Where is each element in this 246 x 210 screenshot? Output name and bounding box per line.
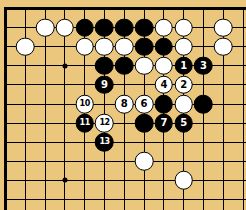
intersection-c10-r6[interactable]: [174, 94, 194, 113]
intersection-c9-r1[interactable]: [154, 0, 174, 18]
intersection-c10-r10[interactable]: [174, 171, 194, 190]
white-stone: [115, 37, 134, 56]
intersection-c6-r11[interactable]: [95, 190, 115, 209]
black-stone-move-3: 3: [194, 56, 213, 75]
intersection-c7-r2[interactable]: [114, 18, 134, 37]
intersection-c12-r10[interactable]: [213, 171, 233, 190]
intersection-c11-r6[interactable]: [194, 94, 214, 113]
intersection-c6-r9[interactable]: [95, 152, 115, 171]
intersection-c11-r11[interactable]: [194, 190, 214, 209]
black-stone-move-1: 1: [174, 56, 193, 75]
intersection-c8-r3[interactable]: [134, 37, 154, 56]
intersection-c6-r1[interactable]: [95, 0, 115, 18]
intersection-c11-r3[interactable]: [194, 37, 214, 56]
intersection-c7-r4[interactable]: [114, 56, 134, 75]
intersection-c12-r5[interactable]: [213, 75, 233, 94]
intersection-c2-r7[interactable]: [15, 114, 35, 133]
intersection-c4-r7[interactable]: [55, 114, 75, 133]
intersection-c13-r2[interactable]: [233, 18, 246, 37]
intersection-c2-r11[interactable]: [15, 190, 35, 209]
intersection-c3-r3[interactable]: [35, 37, 55, 56]
intersection-c5-r4[interactable]: [75, 56, 95, 75]
move-number-label: 13: [99, 138, 109, 146]
intersection-c9-r5[interactable]: 4: [154, 75, 174, 94]
intersection-c13-r11[interactable]: [233, 190, 246, 209]
intersection-c8-r6[interactable]: 6: [134, 94, 154, 113]
white-stone: [214, 18, 233, 37]
black-stone: [135, 37, 154, 56]
intersection-c3-r11[interactable]: [35, 190, 55, 209]
intersection-c7-r11[interactable]: [114, 190, 134, 209]
intersection-c4-r6[interactable]: [55, 94, 75, 113]
intersection-c1-r3[interactable]: [0, 37, 15, 56]
black-stone-move-13: 13: [95, 133, 114, 152]
black-stone: [135, 18, 154, 37]
intersection-c5-r10[interactable]: [75, 171, 95, 190]
move-number-label: 10: [80, 100, 90, 108]
intersection-c11-r2[interactable]: [194, 18, 214, 37]
intersection-c9-r6[interactable]: [154, 94, 174, 113]
black-stone: [115, 18, 134, 37]
intersection-c12-r8[interactable]: [213, 133, 233, 152]
intersection-c12-r3[interactable]: [213, 37, 233, 56]
intersection-c4-r2[interactable]: [55, 18, 75, 37]
intersection-c11-r7[interactable]: [194, 114, 214, 133]
intersection-c1-r2[interactable]: [0, 18, 15, 37]
intersection-c6-r7[interactable]: 12: [95, 114, 115, 133]
intersection-c10-r4[interactable]: 1: [174, 56, 194, 75]
intersection-c11-r5[interactable]: [194, 75, 214, 94]
intersection-c3-r1[interactable]: [35, 0, 55, 18]
intersection-c11-r8[interactable]: [194, 133, 214, 152]
white-stone: [214, 37, 233, 56]
intersection-c1-r10[interactable]: [0, 171, 15, 190]
intersection-c9-r7[interactable]: 7: [154, 114, 174, 133]
intersection-c10-r3[interactable]: [174, 37, 194, 56]
intersection-c6-r5[interactable]: 9: [95, 75, 115, 94]
intersection-c7-r8[interactable]: [114, 133, 134, 152]
intersection-c8-r11[interactable]: [134, 190, 154, 209]
intersection-c2-r5[interactable]: [15, 75, 35, 94]
intersection-c1-r5[interactable]: [0, 75, 15, 94]
intersection-c1-r11[interactable]: [0, 190, 15, 209]
white-stone-move-12: 12: [95, 114, 114, 133]
intersection-c10-r2[interactable]: [174, 18, 194, 37]
black-stone: [95, 56, 114, 75]
intersection-c10-r1[interactable]: [174, 0, 194, 18]
intersection-c2-r9[interactable]: [15, 152, 35, 171]
intersection-c3-r7[interactable]: [35, 114, 55, 133]
white-stone-move-2: 2: [174, 76, 193, 95]
intersection-c7-r7[interactable]: [114, 114, 134, 133]
intersection-c8-r10[interactable]: [134, 171, 154, 190]
black-stone: [115, 56, 134, 75]
intersection-c6-r2[interactable]: [95, 18, 115, 37]
white-stone: [16, 37, 35, 56]
intersection-c1-r9[interactable]: [0, 152, 15, 171]
intersection-c6-r10[interactable]: [95, 171, 115, 190]
intersection-c2-r10[interactable]: [15, 171, 35, 190]
move-number-label: 9: [101, 80, 108, 90]
intersection-c13-r4[interactable]: [233, 56, 246, 75]
intersection-c8-r8[interactable]: [134, 133, 154, 152]
intersection-c12-r9[interactable]: [213, 152, 233, 171]
intersection-c3-r5[interactable]: [35, 75, 55, 94]
intersection-c2-r6[interactable]: [15, 94, 35, 113]
white-stone: [56, 18, 75, 37]
intersection-c11-r10[interactable]: [194, 171, 214, 190]
intersection-c4-r8[interactable]: [55, 133, 75, 152]
intersection-c6-r6[interactable]: [95, 94, 115, 113]
intersection-c7-r9[interactable]: [114, 152, 134, 171]
move-number-label: 5: [180, 118, 187, 128]
intersection-c9-r8[interactable]: [154, 133, 174, 152]
move-number-label: 2: [180, 80, 187, 90]
black-stone: [75, 18, 94, 37]
intersection-c3-r10[interactable]: [35, 171, 55, 190]
intersection-c5-r9[interactable]: [75, 152, 95, 171]
white-stone: [155, 56, 174, 75]
intersection-c2-r2[interactable]: [15, 18, 35, 37]
move-number-label: 4: [160, 80, 167, 90]
intersection-c4-r3[interactable]: [55, 37, 75, 56]
intersection-c5-r5[interactable]: [75, 75, 95, 94]
intersection-c9-r11[interactable]: [154, 190, 174, 209]
intersection-c8-r9[interactable]: [134, 152, 154, 171]
intersection-c10-r8[interactable]: [174, 133, 194, 152]
intersection-c4-r10[interactable]: [55, 171, 75, 190]
intersection-c1-r1[interactable]: [0, 0, 15, 18]
intersection-c12-r4[interactable]: [213, 56, 233, 75]
intersection-c12-r7[interactable]: [213, 114, 233, 133]
intersection-c12-r6[interactable]: [213, 94, 233, 113]
intersection-c1-r8[interactable]: [0, 133, 15, 152]
intersection-c4-r11[interactable]: [55, 190, 75, 209]
intersection-c7-r10[interactable]: [114, 171, 134, 190]
intersection-c3-r4[interactable]: [35, 56, 55, 75]
black-stone: [135, 114, 154, 133]
intersection-c4-r4[interactable]: [55, 56, 75, 75]
intersection-c6-r8[interactable]: 13: [95, 133, 115, 152]
move-number-label: 12: [99, 119, 109, 127]
intersection-c8-r5[interactable]: [134, 75, 154, 94]
intersection-c12-r1[interactable]: [213, 0, 233, 18]
intersection-c2-r3[interactable]: [15, 37, 35, 56]
white-stone: [174, 171, 193, 190]
intersection-c5-r2[interactable]: [75, 18, 95, 37]
move-number-label: 1: [180, 61, 187, 71]
intersection-c5-r1[interactable]: [75, 0, 95, 18]
go-board: 13942108611127513: [0, 0, 246, 209]
intersection-c2-r4[interactable]: [15, 56, 35, 75]
black-stone-move-11: 11: [75, 114, 94, 133]
intersection-c4-r5[interactable]: [55, 75, 75, 94]
intersection-c10-r11[interactable]: [174, 190, 194, 209]
white-stone: [75, 37, 94, 56]
intersection-c2-r1[interactable]: [15, 0, 35, 18]
white-stone: [155, 18, 174, 37]
intersection-c5-r6[interactable]: 10: [75, 94, 95, 113]
intersection-c10-r9[interactable]: [174, 152, 194, 171]
intersection-c8-r1[interactable]: [134, 0, 154, 18]
intersection-c4-r1[interactable]: [55, 0, 75, 18]
black-stone: [155, 37, 174, 56]
intersection-c3-r6[interactable]: [35, 94, 55, 113]
black-stone: [194, 95, 213, 114]
intersection-c11-r4[interactable]: 3: [194, 56, 214, 75]
white-stone-move-6: 6: [135, 95, 154, 114]
intersection-c13-r9[interactable]: [233, 152, 246, 171]
black-stone: [155, 95, 174, 114]
intersection-c1-r4[interactable]: [0, 56, 15, 75]
intersection-c8-r7[interactable]: [134, 114, 154, 133]
black-stone: [95, 18, 114, 37]
white-stone-move-10: 10: [75, 95, 94, 114]
intersection-c13-r1[interactable]: [233, 0, 246, 18]
intersection-c9-r9[interactable]: [154, 152, 174, 171]
intersection-c8-r2[interactable]: [134, 18, 154, 37]
intersection-c13-r5[interactable]: [233, 75, 246, 94]
intersection-c13-r8[interactable]: [233, 133, 246, 152]
black-stone-move-9: 9: [95, 76, 114, 95]
intersection-c12-r11[interactable]: [213, 190, 233, 209]
intersection-c9-r10[interactable]: [154, 171, 174, 190]
white-stone: [174, 37, 193, 56]
move-number-label: 11: [80, 119, 90, 127]
intersection-c12-r2[interactable]: [213, 18, 233, 37]
white-stone: [36, 18, 55, 37]
intersection-c5-r3[interactable]: [75, 37, 95, 56]
white-stone: [174, 18, 193, 37]
intersection-c5-r8[interactable]: [75, 133, 95, 152]
intersection-c13-r3[interactable]: [233, 37, 246, 56]
white-stone: [135, 56, 154, 75]
intersection-c9-r4[interactable]: [154, 56, 174, 75]
white-stone: [174, 95, 193, 114]
intersection-c13-r6[interactable]: [233, 94, 246, 113]
intersection-c3-r9[interactable]: [35, 152, 55, 171]
intersection-c5-r7[interactable]: 11: [75, 114, 95, 133]
intersection-c11-r1[interactable]: [194, 0, 214, 18]
move-number-label: 7: [160, 118, 167, 128]
move-number-label: 6: [141, 99, 148, 109]
intersection-c6-r3[interactable]: [95, 37, 115, 56]
intersection-c2-r8[interactable]: [15, 133, 35, 152]
intersection-c6-r4[interactable]: [95, 56, 115, 75]
intersection-c7-r3[interactable]: [114, 37, 134, 56]
intersection-c5-r11[interactable]: [75, 190, 95, 209]
black-stone-move-7: 7: [155, 114, 174, 133]
white-stone: [135, 152, 154, 171]
white-stone-move-8: 8: [115, 95, 134, 114]
intersection-c11-r9[interactable]: [194, 152, 214, 171]
move-number-label: 8: [121, 99, 128, 109]
intersection-c7-r5[interactable]: [114, 75, 134, 94]
intersection-c7-r6[interactable]: 8: [114, 94, 134, 113]
intersection-c3-r2[interactable]: [35, 18, 55, 37]
intersection-c8-r4[interactable]: [134, 56, 154, 75]
intersection-c9-r2[interactable]: [154, 18, 174, 37]
intersection-c10-r7[interactable]: 5: [174, 114, 194, 133]
go-board-diagram: 13942108611127513: [0, 0, 246, 210]
white-stone: [95, 37, 114, 56]
intersection-c1-r6[interactable]: [0, 94, 15, 113]
intersection-c10-r5[interactable]: 2: [174, 75, 194, 94]
intersection-c3-r8[interactable]: [35, 133, 55, 152]
intersection-c4-r9[interactable]: [55, 152, 75, 171]
intersection-c13-r10[interactable]: [233, 171, 246, 190]
move-number-label: 3: [200, 61, 207, 71]
white-stone-move-4: 4: [155, 76, 174, 95]
intersection-c13-r7[interactable]: [233, 114, 246, 133]
intersection-c9-r3[interactable]: [154, 37, 174, 56]
intersection-c7-r1[interactable]: [114, 0, 134, 18]
black-stone-move-5: 5: [174, 114, 193, 133]
intersection-c1-r7[interactable]: [0, 114, 15, 133]
